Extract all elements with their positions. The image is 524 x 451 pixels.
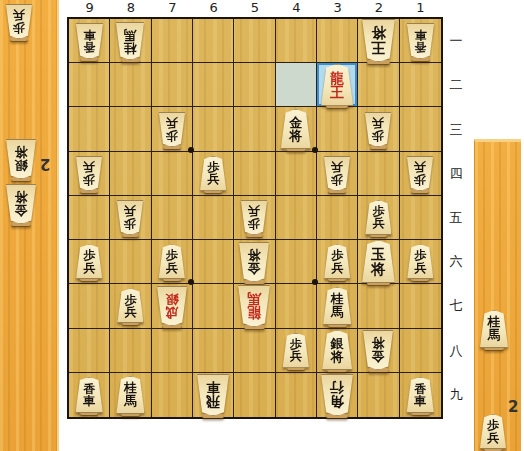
board-square-7七[interactable]: 成銀	[152, 284, 193, 328]
board-square-7八[interactable]	[152, 329, 193, 373]
board-square-4九[interactable]	[276, 373, 317, 417]
hand-piece-sente-knight[interactable]: 桂馬	[479, 310, 509, 348]
board-square-5一[interactable]	[234, 19, 275, 63]
piece-kanji: 銀将	[5, 139, 37, 179]
piece-kanji: 金将	[238, 242, 270, 282]
piece-kanji: 歩兵	[406, 244, 434, 279]
piece-kanji: 歩兵	[75, 156, 103, 191]
piece-kanji: 歩兵	[5, 4, 33, 39]
board-square-5九[interactable]	[234, 373, 275, 417]
piece-kanji: 金将	[362, 330, 394, 370]
piece-kanji: 龍馬	[237, 285, 271, 327]
piece-kanji: 歩兵	[75, 244, 103, 279]
piece-gote-promoted-silver[interactable]: 成銀	[156, 286, 188, 326]
board-square-6五[interactable]	[193, 196, 234, 240]
board-square-7四[interactable]	[152, 152, 193, 196]
board-square-6八[interactable]	[193, 329, 234, 373]
piece-kanji: 歩兵	[364, 112, 392, 147]
star-point	[312, 279, 318, 285]
gote-hand-tray: 歩兵銀将2金将	[0, 0, 59, 451]
piece-kanji: 歩兵	[158, 112, 186, 147]
piece-kanji: 王将	[361, 19, 396, 62]
board-square-6七[interactable]	[193, 284, 234, 328]
board-square-7二[interactable]	[152, 63, 193, 107]
board-square-8五[interactable]: 歩兵	[110, 196, 151, 240]
row-label-七: 七	[444, 297, 468, 315]
piece-kanji: 歩兵	[158, 244, 186, 279]
board-square-8九[interactable]: 桂馬	[110, 373, 151, 417]
column-label-2: 2	[375, 0, 383, 15]
board-square-5二[interactable]	[234, 63, 275, 107]
board-square-9四[interactable]: 歩兵	[69, 152, 110, 196]
board-square-3三[interactable]	[317, 107, 358, 151]
board-square-7九[interactable]	[152, 373, 193, 417]
board-square-6六[interactable]	[193, 240, 234, 284]
column-label-5: 5	[251, 0, 259, 15]
row-label-八: 八	[444, 342, 468, 360]
piece-gote-rook[interactable]: 飛車	[196, 374, 230, 416]
board-square-8六[interactable]	[110, 240, 151, 284]
board-square-5六[interactable]: 金将	[234, 240, 275, 284]
board-square-1二[interactable]	[400, 63, 441, 107]
board-square-4七[interactable]	[276, 284, 317, 328]
piece-kanji: 香車	[406, 23, 435, 59]
piece-kanji: 桂馬	[322, 287, 352, 325]
board-square-6三[interactable]	[193, 107, 234, 151]
piece-kanji: 飛車	[196, 374, 230, 416]
board-square-9六[interactable]: 歩兵	[69, 240, 110, 284]
board-square-3九[interactable]: 角行	[317, 373, 358, 417]
board-square-5三[interactable]	[234, 107, 275, 151]
board-square-9二[interactable]	[69, 63, 110, 107]
board-square-2三[interactable]: 歩兵	[358, 107, 399, 151]
piece-kanji: 歩兵	[323, 156, 351, 191]
board-square-9八[interactable]	[69, 329, 110, 373]
piece-sente-dragon[interactable]: 龍王	[320, 64, 354, 106]
row-label-五: 五	[444, 209, 468, 227]
piece-kanji: 歩兵	[323, 244, 351, 279]
piece-sente-lance[interactable]: 香車	[406, 377, 435, 413]
piece-kanji: 龍王	[320, 64, 354, 106]
piece-sente-pawn[interactable]: 歩兵	[282, 333, 310, 368]
board-square-8四[interactable]	[110, 152, 151, 196]
piece-kanji: 歩兵	[282, 333, 310, 368]
board-square-8八[interactable]	[110, 329, 151, 373]
row-label-一: 一	[444, 32, 468, 50]
piece-kanji: 桂馬	[479, 310, 509, 348]
piece-kanji: 金将	[280, 109, 312, 149]
board-square-7一[interactable]	[152, 19, 193, 63]
hand-piece-sente-pawn[interactable]: 歩兵	[479, 414, 507, 449]
piece-kanji: 香車	[75, 377, 104, 413]
board-square-9三[interactable]	[69, 107, 110, 151]
board-square-3七[interactable]: 桂馬	[317, 284, 358, 328]
board-square-1九[interactable]: 香車	[400, 373, 441, 417]
piece-gote-pawn[interactable]: 歩兵	[158, 112, 186, 147]
row-label-二: 二	[444, 76, 468, 94]
piece-sente-knight[interactable]: 桂馬	[115, 376, 145, 414]
board-square-3四[interactable]: 歩兵	[317, 152, 358, 196]
board-square-7六[interactable]: 歩兵	[152, 240, 193, 284]
piece-kanji: 歩兵	[364, 200, 392, 235]
board-square-1五[interactable]	[400, 196, 441, 240]
board-square-2二[interactable]	[358, 63, 399, 107]
piece-kanji: 桂馬	[115, 22, 145, 60]
board-square-5七[interactable]: 龍馬	[234, 284, 275, 328]
board-square-5四[interactable]	[234, 152, 275, 196]
piece-gote-pawn[interactable]: 歩兵	[116, 200, 144, 235]
board-square-6二[interactable]	[193, 63, 234, 107]
piece-kanji: 歩兵	[479, 414, 507, 449]
board-square-2八[interactable]: 金将	[358, 329, 399, 373]
piece-sente-silver[interactable]: 銀将	[321, 330, 353, 370]
board-square-2四[interactable]	[358, 152, 399, 196]
piece-kanji: 桂馬	[115, 376, 145, 414]
board-square-9九[interactable]: 香車	[69, 373, 110, 417]
board-square-9七[interactable]	[69, 284, 110, 328]
piece-sente-pawn[interactable]: 歩兵	[323, 244, 351, 279]
piece-kanji: 玉将	[361, 240, 396, 283]
board-square-8二[interactable]	[110, 63, 151, 107]
board-square-4八[interactable]: 歩兵	[276, 329, 317, 373]
column-label-8: 8	[127, 0, 135, 15]
piece-sente-knight[interactable]: 桂馬	[322, 287, 352, 325]
hand-piece-gote-pawn[interactable]: 歩兵	[5, 4, 33, 39]
board-square-3八[interactable]: 銀将	[317, 329, 358, 373]
column-label-4: 4	[292, 0, 300, 15]
hand-piece-gote-silver[interactable]: 銀将	[5, 139, 37, 179]
shogi-app: 歩兵銀将2金将 香車桂馬王将香車龍王歩兵金将歩兵歩兵歩兵歩兵歩兵歩兵歩兵歩兵歩兵…	[0, 0, 524, 451]
piece-gote-pawn[interactable]: 歩兵	[364, 112, 392, 147]
board-square-7三[interactable]: 歩兵	[152, 107, 193, 151]
board-square-4五[interactable]	[276, 196, 317, 240]
star-point	[188, 279, 194, 285]
piece-gote-pawn[interactable]: 歩兵	[406, 156, 434, 191]
board-square-1七[interactable]	[400, 284, 441, 328]
row-label-九: 九	[444, 386, 468, 404]
board-square-1八[interactable]	[400, 329, 441, 373]
piece-sente-king[interactable]: 玉将	[361, 240, 396, 283]
column-label-7: 7	[168, 0, 176, 15]
board-square-1六[interactable]: 歩兵	[400, 240, 441, 284]
row-label-四: 四	[444, 165, 468, 183]
piece-gote-king[interactable]: 王将	[361, 19, 396, 62]
board-square-4六[interactable]	[276, 240, 317, 284]
hand-count-sente-pawn: 2	[508, 398, 518, 416]
piece-gote-bishop[interactable]: 角行	[320, 374, 354, 416]
piece-gote-pawn[interactable]: 歩兵	[75, 156, 103, 191]
board-square-5五[interactable]: 歩兵	[234, 196, 275, 240]
piece-kanji: 銀将	[321, 330, 353, 370]
piece-sente-pawn[interactable]: 歩兵	[158, 244, 186, 279]
piece-kanji: 金将	[5, 184, 37, 224]
sente-hand-tray: 桂馬歩兵2	[474, 139, 521, 451]
row-label-六: 六	[444, 253, 468, 271]
piece-gote-gold[interactable]: 金将	[238, 242, 270, 282]
board-square-6九[interactable]: 飛車	[193, 373, 234, 417]
piece-sente-pawn[interactable]: 歩兵	[364, 200, 392, 235]
piece-gote-pawn[interactable]: 歩兵	[323, 156, 351, 191]
board-square-2六[interactable]: 玉将	[358, 240, 399, 284]
board-square-4二[interactable]	[276, 63, 317, 107]
piece-kanji: 香車	[406, 377, 435, 413]
board-square-2九[interactable]	[358, 373, 399, 417]
hand-piece-gote-gold[interactable]: 金将	[5, 184, 37, 224]
piece-kanji: 歩兵	[406, 156, 434, 191]
board-square-4一[interactable]	[276, 19, 317, 63]
board-square-9五[interactable]	[69, 196, 110, 240]
board-square-3六[interactable]: 歩兵	[317, 240, 358, 284]
piece-gote-gold[interactable]: 金将	[362, 330, 394, 370]
board-square-3一[interactable]	[317, 19, 358, 63]
column-label-3: 3	[334, 0, 342, 15]
piece-kanji: 歩兵	[116, 288, 144, 323]
star-point	[188, 147, 194, 153]
column-label-9: 9	[86, 0, 94, 15]
shogi-board: 香車桂馬王将香車龍王歩兵金将歩兵歩兵歩兵歩兵歩兵歩兵歩兵歩兵歩兵歩兵金将歩兵玉将…	[67, 17, 443, 419]
board-square-2五[interactable]: 歩兵	[358, 196, 399, 240]
piece-sente-gold[interactable]: 金将	[280, 109, 312, 149]
board-square-1一[interactable]: 香車	[400, 19, 441, 63]
board-square-8三[interactable]	[110, 107, 151, 151]
board-square-9一[interactable]: 香車	[69, 19, 110, 63]
row-label-三: 三	[444, 121, 468, 139]
piece-kanji: 香車	[75, 23, 104, 59]
column-label-1: 1	[416, 0, 424, 15]
board-square-3五[interactable]	[317, 196, 358, 240]
piece-sente-pawn[interactable]: 歩兵	[75, 244, 103, 279]
piece-sente-pawn[interactable]: 歩兵	[406, 244, 434, 279]
piece-gote-pawn[interactable]: 歩兵	[240, 200, 268, 235]
piece-sente-pawn[interactable]: 歩兵	[116, 288, 144, 323]
piece-kanji: 歩兵	[199, 156, 227, 191]
board-square-3二[interactable]: 龍王	[317, 63, 358, 107]
piece-sente-pawn[interactable]: 歩兵	[199, 156, 227, 191]
board-square-7五[interactable]	[152, 196, 193, 240]
board-square-2七[interactable]	[358, 284, 399, 328]
piece-kanji: 歩兵	[116, 200, 144, 235]
board-square-4四[interactable]	[276, 152, 317, 196]
hand-count-gote-silver: 2	[40, 155, 50, 173]
board-square-8一[interactable]: 桂馬	[110, 19, 151, 63]
column-label-6: 6	[210, 0, 218, 15]
piece-gote-lance[interactable]: 香車	[406, 23, 435, 59]
board-square-6一[interactable]	[193, 19, 234, 63]
star-point	[312, 147, 318, 153]
piece-gote-knight[interactable]: 桂馬	[115, 22, 145, 60]
piece-kanji: 成銀	[156, 286, 188, 326]
piece-kanji: 歩兵	[240, 200, 268, 235]
piece-kanji: 角行	[320, 374, 354, 416]
board-square-8七[interactable]: 歩兵	[110, 284, 151, 328]
piece-sente-lance[interactable]: 香車	[75, 377, 104, 413]
board-square-1四[interactable]: 歩兵	[400, 152, 441, 196]
board-square-6四[interactable]: 歩兵	[193, 152, 234, 196]
board-square-4三[interactable]: 金将	[276, 107, 317, 151]
board-square-2一[interactable]: 王将	[358, 19, 399, 63]
piece-gote-lance[interactable]: 香車	[75, 23, 104, 59]
board-square-1三[interactable]	[400, 107, 441, 151]
board-square-5八[interactable]	[234, 329, 275, 373]
piece-gote-horse[interactable]: 龍馬	[237, 285, 271, 327]
